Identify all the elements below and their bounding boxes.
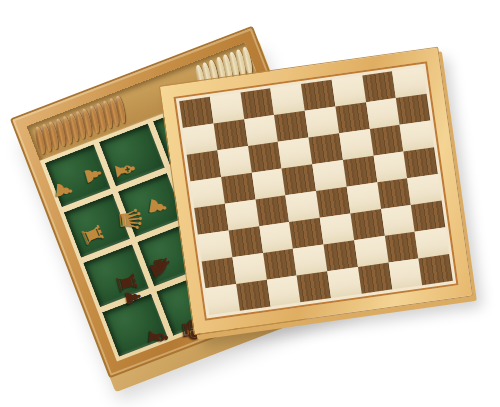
chess-board: [159, 47, 473, 336]
board-square[interactable]: [388, 258, 422, 289]
board-square[interactable]: [236, 280, 270, 311]
board-grid: [179, 67, 453, 315]
board-square[interactable]: [205, 284, 239, 315]
board-square[interactable]: [266, 275, 300, 306]
board-square[interactable]: [358, 263, 392, 294]
board-field: [174, 61, 459, 320]
board-square[interactable]: [297, 271, 331, 302]
compartment-cell: [102, 294, 167, 357]
board-square[interactable]: [419, 254, 453, 285]
product-photo-chess-set: ♟♟♝♟♛♜♞♜♟♝♚: [0, 0, 500, 407]
board-square[interactable]: [327, 267, 361, 298]
